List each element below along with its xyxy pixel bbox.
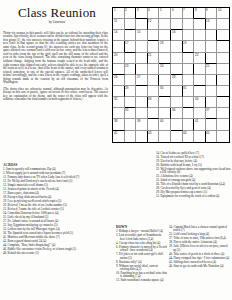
grid-cell-r11c2[interactable] [125, 119, 137, 130]
clue-32: 32. Say, Egyptians mislaying eye muscles… [3, 224, 103, 227]
preamble-paragraph-1: Thirty-six women in this puzzle will (th… [3, 31, 108, 84]
grid-cell-r12c3[interactable] [136, 131, 148, 142]
clue-number: 18. [3, 196, 8, 199]
byline-text: by Cunctator [2, 20, 112, 24]
clue-20: 20. Beloved, I mean the title of an Aret… [3, 204, 103, 207]
grid-cell-r10c2[interactable]: 35 [125, 108, 137, 119]
across-clue-list: ACROSS 1. Jam frequently will communicat… [3, 163, 103, 300]
clue-number: 45. [169, 260, 174, 263]
clue-number: 39. [169, 244, 174, 247]
down-clue-list-first: DOWN 2. Kidnap a lawyer - mental Ballet?… [116, 225, 167, 300]
cell-number: 2 [125, 8, 127, 11]
grid-cell-r4c4[interactable] [148, 41, 160, 52]
cell-number: 26 [114, 75, 117, 78]
grid-cell-r3c9[interactable] [206, 30, 218, 41]
clue-number: 46. [3, 248, 8, 251]
grid-cell-r5c9[interactable] [206, 53, 218, 64]
clue-number: 38. [169, 240, 174, 243]
clue-40: 40. Take notice of perch in a flock of t… [169, 252, 231, 255]
cell-number: 42 [114, 131, 117, 134]
grid-cell-r7c4[interactable] [148, 75, 160, 86]
clue-number: 10. [116, 271, 121, 274]
clue-44: 44. Harry crimped line tips - I love sub… [169, 256, 231, 259]
grid-cell-r6c9[interactable]: 25 [206, 64, 218, 75]
grid-cell-r7c2[interactable] [125, 75, 137, 86]
cell-number: 39 [137, 119, 140, 122]
grid-cell-r12c4[interactable]: 43 [148, 131, 160, 142]
grid-cell-r4c8[interactable] [194, 41, 206, 52]
clue-13: 13. Staff custodian's remarks square (4) [116, 279, 167, 282]
grid-cell-r9c5[interactable] [159, 97, 171, 108]
clue-number: 4. [116, 241, 119, 244]
grid-cell-r10c1[interactable] [113, 108, 125, 119]
clue-22: 22. Well-signed cuckoos shove our suppor… [156, 167, 232, 174]
cell-number: 12 [148, 19, 151, 22]
preamble-paragraph-2: (The down clues are otherwise normal, al… [3, 87, 108, 101]
grid-cell-r5c4[interactable]: 21 [148, 53, 160, 64]
grid-cell-r3c5[interactable] [159, 30, 171, 41]
clue-25: 25. Little check by my ill husband (5) [3, 216, 103, 219]
cell-number: 37 [206, 108, 209, 111]
clue-number: 19. [156, 159, 161, 162]
grid-cell-r1c1[interactable]: 1 [113, 8, 125, 19]
grid-cell-r2c7[interactable] [183, 19, 195, 30]
clue-number: 16. [156, 155, 160, 158]
grid-cell-r4c2[interactable]: 17 [125, 41, 137, 52]
grid-cell-r12c6[interactable] [171, 131, 183, 142]
across-clues: 1. Jam frequently will communicate Zip (… [3, 168, 103, 256]
clue-43: 43. Born a guard about awful 24 (4) [3, 240, 103, 243]
grid-cell-r3c1[interactable]: 14 [113, 30, 125, 41]
grid-cell-r8c9[interactable] [206, 86, 218, 97]
clue-number: 19. [3, 200, 8, 203]
grid-cell-r1c7[interactable]: 7 [183, 8, 195, 19]
grid-cell-r8c10[interactable] [217, 86, 229, 97]
clue-8: 8. Russians rally? (4) [116, 260, 167, 263]
clue-number: 28. [156, 186, 161, 189]
grid-cell-r5c1[interactable]: 20 [113, 53, 125, 64]
clue-16: 16. Turned off a school XI at a hotel (7… [156, 155, 232, 158]
down-heading: DOWN [116, 225, 167, 229]
grid-cell-r1c10[interactable]: 10 [217, 8, 229, 19]
cell-number: 14 [114, 30, 117, 33]
cell-number: 8 [195, 8, 197, 11]
clue-number: 35. [169, 232, 174, 235]
grid-cell-r11c8[interactable]: 41 [194, 119, 206, 130]
cell-number: 16 [172, 30, 175, 33]
grid-cell-r12c2[interactable] [125, 131, 137, 142]
grid-cell-r11c5[interactable]: 40 [159, 119, 171, 130]
cell-number: 28 [172, 75, 175, 78]
clue-23: 23. A bibulous love returns (4) [156, 174, 232, 177]
clue-number: 15. [3, 188, 8, 191]
grid-cell-r1c5[interactable]: 5 [159, 8, 171, 19]
down-clue-list-last: 34. Captain Mack hires a chosen coastal … [169, 225, 231, 300]
clue-1: 1. Jam frequently will communicate Zip (… [3, 168, 103, 171]
grid-cell-r5c7[interactable] [183, 53, 195, 64]
clue-number: 1. [3, 168, 6, 171]
grid-cell-r8c5[interactable]: 30 [159, 86, 171, 97]
grid-cell-r5c8[interactable]: 22 [194, 53, 206, 64]
clue-44: 44. Complain, "Ron, that's disquieting!"… [3, 244, 103, 247]
grid-cell-r4c3[interactable] [136, 41, 148, 52]
clue-19: 19. I see perplexing needlework stitch c… [3, 200, 103, 203]
grid-cell-r2c6[interactable] [171, 19, 183, 30]
clue-number: 24. [3, 212, 8, 215]
grid-cell-r9c8[interactable]: 34 [194, 97, 206, 108]
grid-cell-r2c4[interactable]: 12 [148, 19, 160, 30]
clue-number: 2. [116, 230, 119, 233]
grid-cell-r8c7[interactable]: 31 [183, 86, 195, 97]
grid-cell-r2c2[interactable] [125, 19, 137, 30]
grid-cell-r6c7[interactable] [183, 64, 195, 75]
cell-number: 40 [160, 119, 163, 122]
clue-3: 3. Last reversible part of Scandinavia: … [116, 234, 167, 241]
clue-6: 6. Primary character is moved by a Frenc… [116, 245, 167, 252]
clue-number: 41. [3, 236, 8, 239]
cell-number: 19 [183, 41, 186, 44]
clue-24: 24. Comedian Donovan before 1000 paces (… [3, 212, 103, 215]
clue-number: 44. [3, 244, 8, 247]
grid-cell-r6c4[interactable] [148, 64, 160, 75]
grid-cell-r5c5[interactable] [159, 53, 171, 64]
grid-cell-r8c3[interactable] [136, 86, 148, 97]
grid-cell-r3c10[interactable] [217, 30, 229, 41]
clue-number: 9. [116, 264, 119, 267]
grid-cell-r12c7[interactable]: 44 [183, 131, 195, 142]
clue-number: 27. [3, 220, 8, 223]
cell-number: 18 [160, 41, 163, 44]
clue-15: 15. Scattered points in attack of the Fr… [3, 188, 103, 191]
grid-cell-r10c3[interactable] [136, 108, 148, 119]
grid-cell-r6c6[interactable] [171, 64, 183, 75]
grid-cell-r3c8[interactable] [194, 30, 206, 41]
cell-number: 35 [125, 108, 128, 111]
clue-35: 35. Golf's total looking a loop (4) [169, 232, 231, 235]
grid-cell-r6c1[interactable] [113, 64, 125, 75]
cell-number: 34 [195, 97, 198, 100]
cell-number: 38 [114, 119, 117, 122]
grid-cell-r12c9[interactable]: 45 [206, 131, 218, 142]
grid-cell-r2c3[interactable] [136, 19, 148, 30]
grid-cell-r1c3[interactable]: 3 [136, 8, 148, 19]
cell-number: 9 [206, 8, 208, 11]
clue-46: 46. Start to get in earth with Mr. Nutri… [169, 264, 231, 267]
preamble: Thirty-six women in this puzzle will (th… [3, 31, 108, 177]
clue-7: 7. Elf jokes so far with actor-girl's ch… [116, 252, 167, 259]
grid-cell-r1c6[interactable]: 6 [171, 8, 183, 19]
page-title: Class Reunion [2, 5, 112, 21]
grid-cell-r8c2[interactable]: 29 [125, 86, 137, 97]
grid-cell-r9c4[interactable]: 33 [148, 97, 160, 108]
grid-cell-r11c3[interactable]: 39 [136, 119, 148, 130]
grid-cell-r1c9[interactable]: 9 [206, 8, 218, 19]
puzzle-page: { "game": "cryptic crossword (barred gri… [0, 0, 232, 300]
grid-cell-r4c7[interactable]: 19 [183, 41, 195, 52]
grid-cell-r11c4[interactable] [148, 119, 160, 130]
clue-5: 5. Wheat supply jar is around with two p… [3, 172, 103, 175]
clue-31: 31. Equipment for recording the track of… [156, 194, 232, 197]
grid-cell-r8c6[interactable] [171, 86, 183, 97]
grid-cell-r9c7[interactable] [183, 97, 195, 108]
grid-cell-r11c10[interactable] [217, 119, 229, 130]
cell-number: 44 [183, 131, 186, 134]
clue-41: 41. Martinez and Mercouri nibble the sho… [3, 236, 103, 239]
grid-cell-r11c1[interactable]: 38 [113, 119, 125, 130]
grid-cell-r3c6[interactable]: 16 [171, 30, 183, 41]
clue-number: 44. [169, 256, 174, 259]
clue-number: 40. [169, 252, 173, 255]
clue-10: 10. Punching hero has a cocktail wine th… [116, 271, 167, 278]
clue-25: 25. Salad of courageous garb (4) [156, 178, 232, 181]
clue-number: 29. [156, 190, 161, 193]
clue-20: 20. Buffalo with head beams, I cry (5) [156, 163, 232, 166]
grid-cell-r6c2[interactable]: 23 [125, 64, 137, 75]
clue-26: 26. Title of a Danish chum cited by a wo… [156, 182, 232, 185]
clue-2: 2. Kidnap a lawyer - mental Ballet? (4) [116, 230, 167, 233]
grid-cell-r4c5[interactable]: 18 [159, 41, 171, 52]
grid-cell-r1c4[interactable]: 4 [148, 8, 160, 19]
clue-number: 7. [116, 252, 119, 255]
cell-number: 30 [160, 86, 163, 89]
clue-27: 27. Dr. Adams' nurse is around at all ho… [3, 220, 103, 223]
cell-number: 7 [183, 8, 185, 11]
grid-cell-r6c8[interactable] [194, 64, 206, 75]
clue-number: 46. [169, 264, 174, 267]
grid-cell-r3c4[interactable] [148, 30, 160, 41]
grid-cell-r3c2[interactable] [125, 30, 137, 41]
cell-number: 32 [114, 97, 117, 100]
clue-38: 38. Places with the native Aristocats (4… [169, 240, 231, 243]
down-clues-last: 34. Captain Mack hires a chosen coastal … [169, 225, 231, 267]
clue-number: 20. [3, 204, 8, 207]
clue-11: 11. Famous lady dances on TV when Lady A… [3, 176, 103, 179]
clue-9: 9. Without our social ideal, current coo… [116, 264, 167, 271]
cell-number: 3 [137, 8, 139, 11]
cell-number: 31 [183, 86, 186, 89]
grid-cell-r12c1[interactable]: 42 [113, 131, 125, 142]
clue-number: 20. [156, 163, 161, 166]
grid-cell-r10c8[interactable] [194, 108, 206, 119]
grid-cell-r7c8[interactable] [194, 75, 206, 86]
clue-12: 12. Dr. Welby and Donleavy's cast head o… [3, 180, 103, 183]
cell-number: 33 [148, 97, 151, 100]
grid-cell-r2c10[interactable] [217, 19, 229, 30]
grid-cell-r8c4[interactable] [148, 86, 160, 97]
clue-19: 19. Used to be that star, before (4) [156, 159, 232, 162]
clue-48: 48. Rebuilt the nicest attic (5) [3, 252, 103, 255]
grid-cell-r12c8[interactable] [194, 131, 206, 142]
cell-number: 1 [114, 8, 116, 11]
cell-number: 5 [160, 8, 162, 11]
down-clues-mid: 14. Car at Seabreeze pulled here (7)16. … [156, 151, 232, 198]
grid-cell-r4c1[interactable] [113, 41, 125, 52]
clue-13: 13. Simple materials recall drama (5) [3, 184, 103, 187]
grid-cell-r9c6[interactable] [171, 97, 183, 108]
cell-number: 36 [172, 108, 175, 111]
clue-18: 18. Put up a flag: disheartened hacks (4… [3, 196, 103, 199]
clue-36: 36. The Spanish rent earned after liquor… [3, 232, 103, 235]
grid-cell-r10c7[interactable] [183, 108, 195, 119]
grid-cell-r7c6[interactable]: 28 [171, 75, 183, 86]
grid-cell-r7c3[interactable]: 27 [136, 75, 148, 86]
cell-number: 15 [137, 30, 140, 33]
grid-cell-r3c3[interactable]: 15 [136, 30, 148, 41]
clue-number: 14. [156, 151, 161, 154]
clue-4: 4. Cut up citrus for a breeding bit (4) [116, 241, 167, 244]
clue-number: 11. [3, 176, 7, 179]
grid-cell-r7c7[interactable] [183, 75, 195, 86]
clue-number: 25. [3, 216, 8, 219]
clue-14: 14. Car at Seabreeze pulled here (7) [156, 151, 232, 154]
grid-cell-r11c7[interactable] [183, 119, 195, 130]
grid-cell-r7c1[interactable]: 26 [113, 75, 125, 86]
grid-cell-r2c5[interactable] [159, 19, 171, 30]
grid-cell-r9c9[interactable] [206, 97, 218, 108]
clue-number: 21. [3, 208, 8, 211]
grid-cell-r4c10[interactable] [217, 41, 229, 52]
clue-number: 13. [3, 184, 8, 187]
grid-cell-r11c9[interactable] [206, 119, 218, 130]
grid-cell-r7c9[interactable] [206, 75, 218, 86]
clue-number: 6. [116, 245, 119, 248]
cell-number: 4 [148, 8, 150, 11]
across-heading: ACROSS [3, 163, 103, 167]
clue-number: 12. [3, 180, 8, 183]
grid-cell-r10c10[interactable] [217, 108, 229, 119]
cell-number: 21 [148, 53, 151, 56]
clue-34: 34. Captain Mack hires a chosen coastal … [169, 225, 231, 232]
clue-45: 45. Siblings have nursed red heroes (4) [169, 260, 231, 263]
grid-cell-r1c8[interactable]: 8 [194, 8, 206, 19]
cell-number: 25 [206, 64, 209, 67]
grid-cell-r12c10[interactable] [217, 131, 229, 142]
cell-number: 27 [137, 75, 140, 78]
cell-number: 23 [125, 64, 128, 67]
grid-cell-r8c8[interactable] [194, 86, 206, 97]
grid-cell-r6c3[interactable] [136, 64, 148, 75]
cell-number: 10 [218, 8, 221, 11]
grid-cell-r12c5[interactable] [159, 131, 171, 142]
grid-cell-r2c8[interactable] [194, 19, 206, 30]
grid-cell-r5c10[interactable] [217, 53, 229, 64]
cell-number: 6 [172, 8, 174, 11]
clue-number: 31. [156, 194, 161, 197]
byline: by Cunctator [2, 20, 112, 25]
grid-cell-r10c6[interactable]: 36 [171, 108, 183, 119]
grid-cell-r5c2[interactable] [125, 53, 137, 64]
clue-number: 17. [3, 192, 8, 195]
down-clues-first: 2. Kidnap a lawyer - mental Ballet? (4)3… [116, 230, 167, 283]
grid-cell-r9c2[interactable] [125, 97, 137, 108]
grid-cell-r1c2[interactable]: 2 [125, 8, 137, 19]
grid-cell-r10c9[interactable]: 37 [206, 108, 218, 119]
clue-number: 33. [3, 228, 8, 231]
grid-cell-r4c6[interactable] [171, 41, 183, 52]
clue-39: 39. Julie O'Brien lives to affect a no-p… [169, 244, 231, 251]
cell-number: 11 [114, 19, 117, 22]
clue-number: 25. [156, 178, 161, 181]
cell-number: 22 [195, 53, 198, 56]
cell-number: 45 [206, 131, 209, 134]
cell-number: 20 [114, 53, 117, 56]
clue-46: 46. Riddle-like entertainer visits Presl… [3, 248, 103, 251]
clue-21: 21. Revised, I name the title of Aretha'… [3, 208, 103, 211]
grid-cell-r9c10[interactable] [217, 97, 229, 108]
grid-cell-r5c6[interactable] [171, 53, 183, 64]
grid-cell-r7c5[interactable] [159, 75, 171, 86]
clue-number: 22. [156, 167, 160, 170]
clue-number: 26. [156, 182, 160, 185]
grid-cell-r10c5[interactable] [159, 108, 171, 119]
clue-28: 28. Car deserted by flyer and gent of so… [156, 186, 232, 189]
clue-number: 8. [116, 260, 119, 263]
clue-number: 48. [3, 252, 8, 255]
cell-number: 41 [195, 119, 198, 122]
clue-number: 23. [156, 174, 160, 177]
clue-29: 29. Illy Mar prepared mixes up a move (5… [156, 190, 232, 193]
grid-cell-r2c9[interactable]: 13 [206, 19, 218, 30]
grid-cell-r8c1[interactable] [113, 86, 125, 97]
clue-number: 5. [3, 172, 6, 175]
clue-number: 3. [116, 234, 119, 237]
grid-cell-r4c9[interactable] [206, 41, 218, 52]
clue-33: 33. Golfers turn by the tall Watergate f… [3, 228, 103, 231]
crossword-grid: 1234567891011121314151617181920212223242… [112, 7, 230, 143]
clue-number: 13. [116, 279, 121, 282]
clue-number: 34. [169, 225, 174, 228]
cell-number: 24 [160, 64, 163, 67]
grid-cell-r7c10[interactable] [217, 75, 229, 86]
clue-17: 17. Burn a pace, that turns (4) [3, 192, 103, 195]
clue-number: 32. [3, 224, 8, 227]
cell-number: 13 [206, 19, 209, 22]
grid-cell-r10c4[interactable] [148, 108, 160, 119]
clue-number: 36. [3, 232, 7, 235]
grid-cell-r9c1[interactable]: 32 [113, 97, 125, 108]
cell-number: 43 [148, 131, 151, 134]
grid-cell-r6c5[interactable]: 24 [159, 64, 171, 75]
grid-cell-r6c10[interactable] [217, 64, 229, 75]
clue-37: 37. Tribe of nine to start, 19th arrives… [169, 236, 231, 239]
grid-cell-r11c6[interactable] [171, 119, 183, 130]
grid-cell-r2c1[interactable]: 11 [113, 19, 125, 30]
clue-number: 43. [3, 240, 8, 243]
grid-cell-r9c3[interactable] [136, 97, 148, 108]
cell-number: 17 [125, 41, 128, 44]
grid-cell-r5c3[interactable] [136, 53, 148, 64]
clue-number: 37. [169, 236, 173, 239]
cell-number: 29 [125, 86, 128, 89]
grid-cell-r3c7[interactable] [183, 30, 195, 41]
